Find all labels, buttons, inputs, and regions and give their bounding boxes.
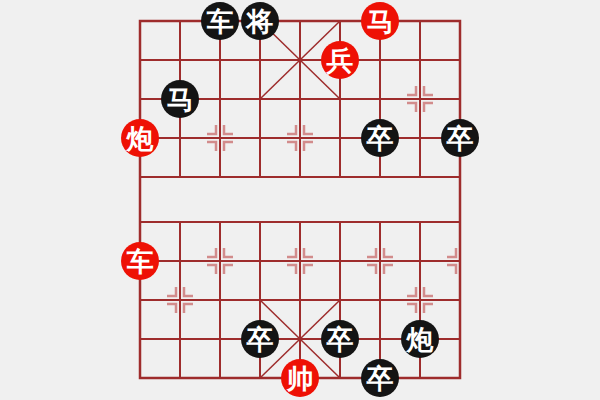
black-soldier[interactable]: 卒	[361, 119, 399, 157]
black-soldier[interactable]: 卒	[241, 320, 279, 358]
black-soldier[interactable]: 卒	[321, 320, 359, 358]
red-general[interactable]: 帅	[281, 359, 319, 397]
red-horse[interactable]: 马	[361, 2, 399, 40]
red-chariot[interactable]: 车	[121, 242, 159, 280]
black-soldier[interactable]: 卒	[441, 119, 479, 157]
black-general[interactable]: 将	[241, 2, 279, 40]
red-cannon[interactable]: 炮	[121, 119, 159, 157]
xiangqi-board: 车将马兵马炮卒卒车卒卒炮帅卒	[120, 2, 480, 398]
black-cannon[interactable]: 炮	[401, 320, 439, 358]
red-soldier[interactable]: 兵	[321, 41, 359, 79]
black-soldier[interactable]: 卒	[361, 359, 399, 397]
xiangqi-diagram: 车将马兵马炮卒卒车卒卒炮帅卒	[0, 0, 600, 400]
black-chariot[interactable]: 车	[201, 2, 239, 40]
black-horse[interactable]: 马	[161, 80, 199, 118]
